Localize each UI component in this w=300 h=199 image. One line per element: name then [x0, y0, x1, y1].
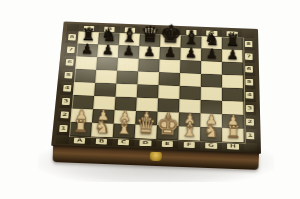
rank-label-right-5: 5	[243, 75, 256, 88]
square-f4	[179, 86, 200, 100]
piece-white-knight: ♞	[94, 118, 111, 136]
piece-black-queen: ♛	[140, 23, 160, 45]
piece-white-queen: ♛	[135, 114, 156, 138]
square-g1: ♞	[200, 127, 222, 142]
square-e1: ♚	[156, 125, 178, 140]
coordinate-label: 5	[245, 79, 254, 86]
square-d6	[138, 59, 159, 73]
square-b1: ♞	[91, 123, 114, 138]
piece-white-bishop: ♝	[115, 116, 134, 137]
square-a5	[74, 69, 96, 83]
piece-black-pawn: ♟	[164, 45, 176, 59]
square-b6	[96, 57, 118, 71]
square-d4	[137, 84, 159, 98]
coordinate-label: 2	[246, 118, 255, 125]
rank-label-right-6: 6	[243, 63, 256, 76]
square-b7: ♟	[97, 45, 119, 58]
coordinate-label: F	[184, 141, 195, 147]
coordinate-label: 3	[61, 98, 70, 105]
file-label-bottom-a: A	[68, 136, 91, 145]
chess-set-photo: ABCDEFGH8♜♞♝♛♚♝♞♜87♟♟♟♟♟♟♟♟7665544332♟♟♟…	[0, 0, 300, 199]
square-c1: ♝	[113, 124, 136, 139]
chess-board: ABCDEFGH8♜♞♝♛♚♝♞♜87♟♟♟♟♟♟♟♟7665544332♟♟♟…	[51, 21, 261, 154]
rank-label-right-1: 1	[244, 129, 257, 143]
rank-label-right-7: 7	[243, 50, 255, 63]
coordinate-label: 5	[64, 72, 73, 79]
coordinate-label: 8	[244, 41, 252, 48]
file-label-bottom-c: C	[112, 137, 134, 146]
coordinate-label: 4	[63, 85, 72, 92]
square-e5	[159, 72, 180, 86]
piece-black-pawn: ♟	[81, 42, 93, 56]
piece-black-pawn: ♟	[143, 44, 155, 58]
square-c6	[117, 58, 139, 72]
coordinate-label: 8	[68, 34, 77, 40]
coordinate-label: 1	[59, 125, 68, 132]
square-e6	[159, 59, 180, 73]
square-f7: ♟	[180, 48, 201, 61]
square-h4	[222, 88, 243, 102]
coordinate-label: E	[162, 141, 173, 147]
rank-label-left-1: 1	[56, 121, 70, 135]
piece-black-pawn: ♟	[102, 43, 114, 57]
square-e7: ♟	[160, 47, 181, 60]
board-tilt-wrapper: ABCDEFGH8♜♞♝♛♚♝♞♜87♟♟♟♟♟♟♟♟7665544332♟♟♟…	[50, 0, 269, 176]
square-c4	[115, 84, 137, 98]
rank-label-right-3: 3	[243, 102, 256, 116]
square-h5	[222, 75, 243, 89]
square-a4	[73, 82, 95, 96]
frame-corner	[244, 143, 257, 152]
piece-white-rook: ♜	[225, 124, 241, 141]
file-label-bottom-d: D	[134, 138, 156, 147]
coordinate-label: D	[139, 140, 151, 146]
coordinate-label: 4	[245, 92, 254, 99]
square-b5	[95, 70, 117, 84]
coordinate-label: G	[205, 142, 217, 148]
rank-label-right-2: 2	[243, 115, 256, 129]
file-label-bottom-e: E	[156, 139, 178, 148]
frame-corner	[55, 135, 69, 144]
coordinate-label: 2	[60, 111, 69, 118]
piece-black-king: ♚	[159, 21, 182, 46]
square-g7: ♟	[201, 49, 222, 62]
piece-black-pawn: ♟	[226, 48, 238, 62]
piece-white-rook: ♜	[73, 118, 89, 135]
coordinate-label: 7	[245, 53, 253, 60]
square-g5	[201, 74, 222, 88]
square-g6	[201, 61, 222, 75]
square-a6	[75, 56, 97, 70]
square-a1: ♜	[69, 122, 92, 137]
piece-white-king: ♚	[156, 112, 180, 139]
square-b4	[94, 83, 116, 97]
coordinate-label: 6	[65, 59, 74, 66]
square-d7: ♟	[139, 46, 160, 59]
coordinate-label: 6	[245, 66, 254, 73]
file-label-bottom-b: B	[90, 137, 112, 146]
piece-black-pawn: ♟	[185, 46, 197, 60]
coordinate-label: 1	[246, 132, 255, 139]
piece-black-pawn: ♟	[206, 47, 218, 61]
square-h1: ♜	[222, 128, 244, 143]
file-label-bottom-g: G	[200, 141, 222, 150]
square-h7: ♟	[222, 49, 243, 62]
coordinate-label: C	[118, 139, 129, 145]
square-f5	[180, 73, 201, 87]
file-label-bottom-f: F	[178, 140, 200, 149]
square-f1: ♝	[178, 126, 200, 141]
rank-label-right-8: 8	[242, 38, 254, 51]
board-frame: ABCDEFGH8♜♞♝♛♚♝♞♜87♟♟♟♟♟♟♟♟7665544332♟♟♟…	[51, 21, 261, 154]
square-a7: ♟	[76, 44, 98, 57]
rank-label-left-3: 3	[59, 95, 73, 109]
square-c5	[116, 71, 138, 85]
piece-white-bishop: ♝	[180, 119, 199, 140]
square-d1: ♛	[135, 124, 157, 139]
brass-clasp-icon	[150, 152, 162, 161]
rank-label-right-4: 4	[243, 88, 256, 102]
board-grid: ABCDEFGH8♜♞♝♛♚♝♞♜87♟♟♟♟♟♟♟♟7665544332♟♟♟…	[55, 24, 257, 152]
square-e4	[158, 85, 180, 99]
coordinate-label: H	[227, 143, 239, 149]
square-d5	[137, 71, 159, 85]
square-g4	[201, 87, 222, 101]
coordinate-label: 3	[245, 105, 254, 112]
file-label-bottom-h: H	[222, 142, 244, 151]
coordinate-label: 7	[66, 46, 75, 53]
square-c7: ♟	[118, 45, 139, 58]
square-f6	[180, 60, 201, 74]
piece-white-knight: ♞	[203, 122, 220, 140]
coordinate-label: B	[96, 138, 108, 144]
piece-black-pawn: ♟	[122, 44, 134, 58]
coordinate-label: A	[74, 137, 86, 143]
square-h6	[222, 62, 243, 76]
